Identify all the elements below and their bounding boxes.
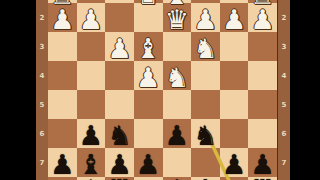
square-d6[interactable]: ♟	[163, 119, 192, 148]
square-c8[interactable]: ♝	[191, 177, 220, 180]
square-c6[interactable]: ♞	[191, 119, 220, 148]
square-d5[interactable]	[163, 90, 192, 119]
square-d7[interactable]	[163, 148, 192, 177]
square-f8[interactable]: ♜	[105, 177, 134, 180]
square-a7[interactable]: ♟	[248, 148, 277, 177]
rank-label-6: 6	[278, 130, 290, 138]
white-bishop-e3[interactable]: ♝	[136, 34, 160, 63]
square-b2[interactable]: ♟	[220, 3, 249, 32]
black-pawn-d6[interactable]: ♟	[165, 121, 189, 150]
square-b5[interactable]	[220, 90, 249, 119]
square-g2[interactable]: ♟	[77, 3, 106, 32]
rank-label-3: 3	[36, 43, 48, 51]
square-a5[interactable]	[248, 90, 277, 119]
rank-label-4: 4	[36, 72, 48, 80]
rank-label-4: 4	[278, 72, 290, 80]
black-pawn-h7[interactable]: ♟	[50, 150, 74, 179]
square-e6[interactable]	[134, 119, 163, 148]
white-pawn-c2[interactable]: ♟	[193, 5, 217, 34]
square-e8[interactable]	[134, 177, 163, 180]
square-e3[interactable]: ♝	[134, 32, 163, 61]
square-c4[interactable]	[191, 61, 220, 90]
square-f7[interactable]: ♟	[105, 148, 134, 177]
square-b3[interactable]	[220, 32, 249, 61]
square-g6[interactable]: ♟	[77, 119, 106, 148]
black-pawn-g6[interactable]: ♟	[79, 121, 103, 150]
square-f4[interactable]	[105, 61, 134, 90]
square-h6[interactable]	[48, 119, 77, 148]
rank-label-2: 2	[36, 14, 48, 22]
square-g8[interactable]: ♚	[77, 177, 106, 180]
black-knight-c6[interactable]: ♞	[193, 121, 217, 150]
square-g7[interactable]: ♝	[77, 148, 106, 177]
white-queen-d2[interactable]: ♛	[165, 5, 189, 34]
rank-label-5: 5	[278, 101, 290, 109]
square-h8[interactable]	[48, 177, 77, 180]
square-f5[interactable]	[105, 90, 134, 119]
chess-board[interactable]: ♜♚♝♜♟♟♛♟♟♟♟♝♞♟♞♟♞♟♞♟♝♟♟♟♟♚♜♛♝♜	[48, 0, 277, 180]
white-pawn-e4[interactable]: ♟	[136, 63, 160, 92]
chess-video-frame: 12345678 12345678 ♜♚♝♜♟♟♛♟♟♟♟♝♞♟♞♟♞♟♞♟♝♟…	[0, 0, 320, 180]
rank-label-3: 3	[278, 43, 290, 51]
square-d4[interactable]: ♞	[163, 61, 192, 90]
square-a2[interactable]: ♟	[248, 3, 277, 32]
rank-label-6: 6	[36, 130, 48, 138]
square-e5[interactable]	[134, 90, 163, 119]
white-pawn-f3[interactable]: ♟	[107, 34, 131, 63]
white-pawn-h2[interactable]: ♟	[50, 5, 74, 34]
white-knight-c3[interactable]: ♞	[193, 34, 217, 63]
square-a4[interactable]	[248, 61, 277, 90]
square-c2[interactable]: ♟	[191, 3, 220, 32]
rank-label-7: 7	[36, 159, 48, 167]
square-c3[interactable]: ♞	[191, 32, 220, 61]
rank-label-2: 2	[278, 14, 290, 22]
white-pawn-a2[interactable]: ♟	[251, 5, 275, 34]
square-e2[interactable]	[134, 3, 163, 32]
square-a3[interactable]	[248, 32, 277, 61]
black-knight-f6[interactable]: ♞	[107, 121, 131, 150]
square-f2[interactable]	[105, 3, 134, 32]
square-f3[interactable]: ♟	[105, 32, 134, 61]
rank-label-5: 5	[36, 101, 48, 109]
square-b6[interactable]	[220, 119, 249, 148]
square-b4[interactable]	[220, 61, 249, 90]
white-pawn-g2[interactable]: ♟	[79, 5, 103, 34]
square-c7[interactable]	[191, 148, 220, 177]
square-e7[interactable]: ♟	[134, 148, 163, 177]
black-pawn-f7[interactable]: ♟	[107, 150, 131, 179]
black-pawn-a7[interactable]: ♟	[251, 150, 275, 179]
square-h5[interactable]	[48, 90, 77, 119]
black-pawn-b7[interactable]: ♟	[222, 150, 246, 179]
square-h4[interactable]	[48, 61, 77, 90]
square-e4[interactable]: ♟	[134, 61, 163, 90]
square-f6[interactable]: ♞	[105, 119, 134, 148]
white-pawn-b2[interactable]: ♟	[222, 5, 246, 34]
square-c5[interactable]	[191, 90, 220, 119]
black-pawn-e7[interactable]: ♟	[136, 150, 160, 179]
white-knight-d4[interactable]: ♞	[165, 63, 189, 92]
square-g4[interactable]	[77, 61, 106, 90]
square-b8[interactable]	[220, 177, 249, 180]
square-d8[interactable]: ♛	[163, 177, 192, 180]
rank-label-strip-right: 12345678	[277, 0, 290, 180]
square-h3[interactable]	[48, 32, 77, 61]
black-bishop-g7[interactable]: ♝	[79, 150, 103, 179]
square-g5[interactable]	[77, 90, 106, 119]
square-a8[interactable]: ♜	[248, 177, 277, 180]
square-a6[interactable]	[248, 119, 277, 148]
rank-label-7: 7	[278, 159, 290, 167]
square-d2[interactable]: ♛	[163, 3, 192, 32]
square-d3[interactable]	[163, 32, 192, 61]
square-g3[interactable]	[77, 32, 106, 61]
square-b7[interactable]: ♟	[220, 148, 249, 177]
square-h2[interactable]: ♟	[48, 3, 77, 32]
square-h7[interactable]: ♟	[48, 148, 77, 177]
